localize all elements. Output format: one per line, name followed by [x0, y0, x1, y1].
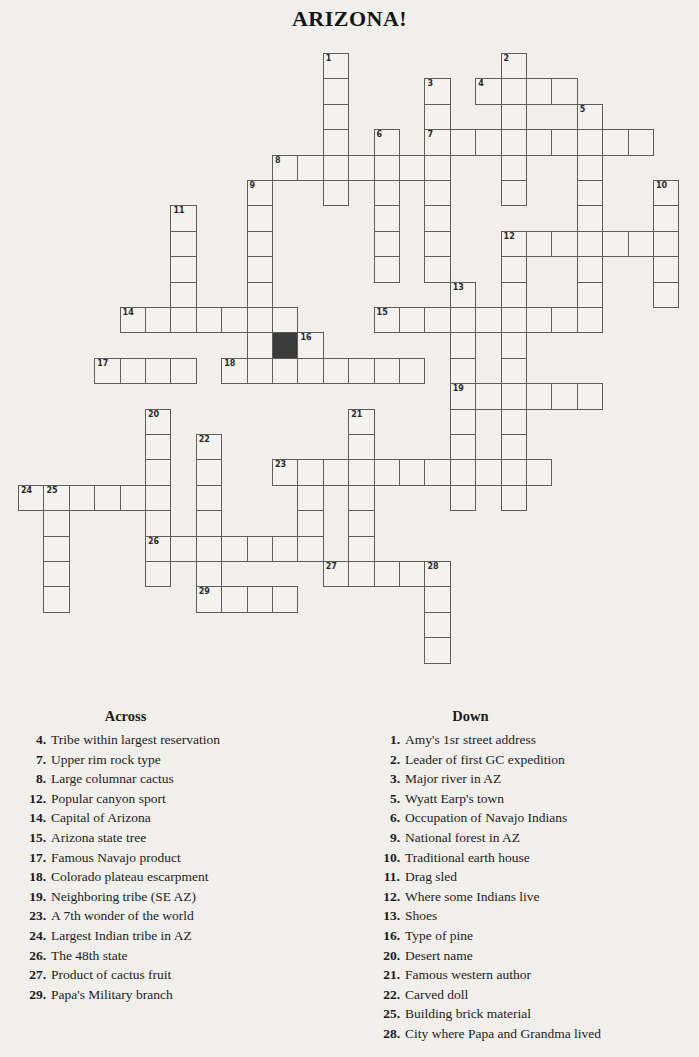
grid-cell[interactable]	[653, 205, 679, 231]
across-clue-item: 14.Capital of Arizona	[18, 808, 233, 828]
grid-cell[interactable]: 3	[424, 78, 450, 104]
down-clue-item: 20.Desert name	[368, 946, 601, 966]
clue-item-number: 1.	[368, 730, 400, 750]
clue-item-number: 16.	[368, 926, 400, 946]
grid-cell[interactable]	[247, 231, 273, 257]
grid-cell[interactable]	[577, 383, 603, 409]
clue-item-text: Colorado plateau escarpment	[51, 869, 208, 884]
clue-item-text: Famous western author	[405, 967, 531, 982]
clue-item-text: Desert name	[405, 948, 473, 963]
grid-cell[interactable]: 28	[424, 561, 450, 587]
down-clue-list: 1.Amy's 1sr street address2.Leader of fi…	[368, 730, 601, 1044]
across-clue-item: 7.Upper rim rock type	[18, 750, 233, 770]
clue-item-number: 4.	[18, 730, 46, 750]
clue-item-number: 15.	[18, 828, 46, 848]
grid-cell[interactable]	[374, 155, 400, 181]
grid-cell[interactable]	[399, 307, 425, 333]
grid-cell[interactable]	[424, 256, 450, 282]
grid-cell[interactable]	[577, 231, 603, 257]
grid-cell[interactable]: 12	[501, 231, 527, 257]
grid-cell[interactable]: 14	[120, 307, 146, 333]
grid-cell[interactable]	[348, 485, 374, 511]
clue-item-number: 9.	[368, 828, 400, 848]
grid-cell[interactable]	[196, 536, 222, 562]
crossword-grid: 1234567891011121314151617181920212223242…	[0, 0, 699, 700]
clue-item-text: Building brick material	[405, 1006, 531, 1021]
grid-cell[interactable]	[450, 485, 476, 511]
grid-cell[interactable]	[450, 332, 476, 358]
clue-number: 22	[199, 436, 210, 444]
grid-cell[interactable]: 1	[323, 53, 349, 79]
down-clue-item: 12.Where some Indians live	[368, 887, 601, 907]
grid-cell[interactable]	[170, 358, 196, 384]
grid-cell[interactable]	[43, 586, 69, 612]
grid-cell[interactable]	[348, 358, 374, 384]
grid-cell[interactable]: 20	[145, 409, 171, 435]
grid-cell[interactable]	[196, 510, 222, 536]
grid-cell[interactable]	[297, 485, 323, 511]
grid-cell[interactable]: 22	[196, 434, 222, 460]
clue-item-number: 12.	[368, 887, 400, 907]
grid-cell[interactable]	[526, 383, 552, 409]
grid-cell[interactable]	[145, 485, 171, 511]
grid-cell[interactable]	[374, 180, 400, 206]
grid-cell[interactable]	[120, 358, 146, 384]
clue-item-number: 6.	[368, 808, 400, 828]
clue-item-text: Major river in AZ	[405, 771, 501, 786]
grid-cell[interactable]	[424, 637, 450, 663]
grid-cell[interactable]: 25	[43, 485, 69, 511]
grid-cell[interactable]: 24	[18, 485, 44, 511]
grid-cell[interactable]	[374, 459, 400, 485]
clue-item-number: 5.	[368, 789, 400, 809]
grid-cell[interactable]	[577, 129, 603, 155]
clue-item-text: Type of pine	[405, 928, 473, 943]
across-clue-item: 18.Colorado plateau escarpment	[18, 867, 233, 887]
across-clue-item: 17.Famous Navajo product	[18, 848, 233, 868]
clue-number: 29	[199, 588, 210, 596]
across-clue-item: 15.Arizona state tree	[18, 828, 233, 848]
clue-item-text: Traditional earth house	[405, 850, 530, 865]
clue-number: 5	[580, 106, 586, 114]
down-clue-item: 11.Drag sled	[368, 867, 601, 887]
grid-cell[interactable]	[221, 586, 247, 612]
clue-item-text: Capital of Arizona	[51, 810, 151, 825]
across-clue-item: 8.Large columnar cactus	[18, 769, 233, 789]
grid-cell[interactable]	[247, 586, 273, 612]
grid-cell[interactable]	[577, 180, 603, 206]
grid-cell[interactable]	[399, 459, 425, 485]
grid-cell[interactable]: 15	[374, 307, 400, 333]
down-clue-item: 22.Carved doll	[368, 985, 601, 1005]
grid-cell[interactable]	[196, 485, 222, 511]
grid-cell[interactable]	[272, 586, 298, 612]
grid-cell[interactable]	[577, 205, 603, 231]
clue-item-text: Famous Navajo product	[51, 850, 181, 865]
grid-cell[interactable]: 27	[323, 561, 349, 587]
grid-cell[interactable]	[551, 78, 577, 104]
grid-cell[interactable]: 29	[196, 586, 222, 612]
grid-cell[interactable]	[501, 129, 527, 155]
across-clue-item: 4.Tribe within largest reservation	[18, 730, 233, 750]
across-clue-item: 26.The 48th state	[18, 946, 233, 966]
clue-item-text: Drag sled	[405, 869, 457, 884]
clue-item-text: Amy's 1sr street address	[405, 732, 536, 747]
clue-number: 2	[504, 55, 510, 63]
down-clues: Down 1.Amy's 1sr street address2.Leader …	[368, 708, 601, 1044]
down-clue-item: 2.Leader of first GC expedition	[368, 750, 601, 770]
grid-cell[interactable]	[628, 231, 654, 257]
grid-cell[interactable]: 7	[424, 129, 450, 155]
grid-cell[interactable]	[247, 358, 273, 384]
grid-cell[interactable]	[145, 307, 171, 333]
grid-cell[interactable]	[323, 129, 349, 155]
grid-cell[interactable]	[145, 459, 171, 485]
grid-cell[interactable]	[323, 180, 349, 206]
grid-cell[interactable]	[170, 231, 196, 257]
grid-cell[interactable]: 2	[501, 53, 527, 79]
grid-cell[interactable]	[424, 612, 450, 638]
grid-cell[interactable]	[247, 307, 273, 333]
grid-cell[interactable]	[323, 104, 349, 130]
grid-cell[interactable]	[196, 561, 222, 587]
grid-cell[interactable]	[323, 78, 349, 104]
grid-cell[interactable]	[475, 459, 501, 485]
grid-cell[interactable]	[247, 256, 273, 282]
clue-number: 10	[656, 182, 667, 190]
across-clues: Across 4.Tribe within largest reservatio…	[18, 708, 233, 1004]
grid-cell[interactable]: 19	[450, 383, 476, 409]
grid-cell[interactable]	[145, 434, 171, 460]
grid-cell[interactable]	[424, 307, 450, 333]
grid-cell[interactable]	[551, 231, 577, 257]
grid-cell[interactable]	[501, 434, 527, 460]
grid-cell[interactable]	[247, 205, 273, 231]
down-clue-item: 16.Type of pine	[368, 926, 601, 946]
clue-item-number: 18.	[18, 867, 46, 887]
grid-cell[interactable]	[43, 510, 69, 536]
grid-cell[interactable]: 21	[348, 409, 374, 435]
grid-cell[interactable]: 26	[145, 536, 171, 562]
grid-cell[interactable]	[501, 358, 527, 384]
grid-cell[interactable]	[450, 459, 476, 485]
clue-item-number: 13.	[368, 906, 400, 926]
clue-item-text: Carved doll	[405, 987, 468, 1002]
clue-item-text: Shoes	[405, 908, 437, 923]
grid-cell[interactable]	[272, 307, 298, 333]
clue-item-text: Tribe within largest reservation	[51, 732, 220, 747]
clue-item-number: 22.	[368, 985, 400, 1005]
clue-item-number: 7.	[18, 750, 46, 770]
grid-cell[interactable]	[424, 586, 450, 612]
down-header: Down	[368, 708, 573, 725]
clue-item-number: 21.	[368, 965, 400, 985]
grid-cell[interactable]	[43, 561, 69, 587]
grid-cell[interactable]: 9	[247, 180, 273, 206]
grid-cell[interactable]	[145, 358, 171, 384]
clue-number: 28	[427, 563, 438, 571]
clue-item-text: Largest Indian tribe in AZ	[51, 928, 192, 943]
black-cell	[272, 332, 298, 358]
grid-cell[interactable]	[450, 307, 476, 333]
clue-item-number: 8.	[18, 769, 46, 789]
clue-item-text: Leader of first GC expedition	[405, 752, 565, 767]
grid-cell[interactable]: 5	[577, 104, 603, 130]
grid-cell[interactable]	[424, 155, 450, 181]
grid-cell[interactable]	[577, 256, 603, 282]
clue-item-number: 29.	[18, 985, 46, 1005]
clue-item-text: Papa's Military branch	[51, 987, 173, 1002]
grid-cell[interactable]	[526, 307, 552, 333]
clue-item-number: 2.	[368, 750, 400, 770]
clue-number: 13	[453, 284, 464, 292]
grid-cell[interactable]	[374, 358, 400, 384]
clue-item-number: 12.	[18, 789, 46, 809]
down-clue-item: 28.City where Papa and Grandma lived	[368, 1024, 601, 1044]
clue-item-number: 19.	[18, 887, 46, 907]
grid-cell[interactable]	[323, 358, 349, 384]
grid-cell[interactable]	[399, 561, 425, 587]
grid-cell[interactable]	[450, 129, 476, 155]
clue-item-text: Arizona state tree	[51, 830, 146, 845]
down-clue-item: 13.Shoes	[368, 906, 601, 926]
clue-number: 14	[123, 309, 134, 317]
clue-item-text: Large columnar cactus	[51, 771, 174, 786]
grid-cell[interactable]	[501, 180, 527, 206]
clue-item-text: National forest in AZ	[405, 830, 520, 845]
grid-cell[interactable]	[501, 409, 527, 435]
grid-cell[interactable]	[577, 307, 603, 333]
grid-cell[interactable]	[323, 459, 349, 485]
clue-number: 18	[224, 360, 235, 368]
grid-cell[interactable]	[196, 459, 222, 485]
across-clue-item: 23.A 7th wonder of the world	[18, 906, 233, 926]
clue-item-text: Occupation of Navajo Indians	[405, 810, 567, 825]
grid-cell[interactable]	[247, 282, 273, 308]
grid-cell[interactable]	[424, 231, 450, 257]
grid-cell[interactable]	[501, 332, 527, 358]
grid-cell[interactable]	[424, 180, 450, 206]
grid-cell[interactable]	[424, 104, 450, 130]
grid-cell[interactable]	[221, 536, 247, 562]
across-clue-item: 19.Neighboring tribe (SE AZ)	[18, 887, 233, 907]
grid-cell[interactable]	[424, 459, 450, 485]
clue-item-text: Product of cactus fruit	[51, 967, 171, 982]
clue-number: 12	[504, 233, 515, 241]
clue-number: 17	[97, 360, 108, 368]
grid-cell[interactable]	[145, 510, 171, 536]
down-clue-item: 21.Famous western author	[368, 965, 601, 985]
grid-cell[interactable]	[475, 383, 501, 409]
clue-item-text: City where Papa and Grandma lived	[405, 1026, 601, 1041]
down-clue-item: 6.Occupation of Navajo Indians	[368, 808, 601, 828]
clue-number: 11	[173, 207, 184, 215]
grid-cell[interactable]	[374, 256, 400, 282]
clue-item-text: Neighboring tribe (SE AZ)	[51, 889, 196, 904]
clue-number: 8	[275, 157, 281, 165]
grid-cell[interactable]	[297, 358, 323, 384]
grid-cell[interactable]	[628, 129, 654, 155]
grid-cell[interactable]	[551, 129, 577, 155]
across-clue-item: 24.Largest Indian tribe in AZ	[18, 926, 233, 946]
clue-item-number: 14.	[18, 808, 46, 828]
clue-item-number: 10.	[368, 848, 400, 868]
down-clue-item: 10.Traditional earth house	[368, 848, 601, 868]
across-clue-item: 29.Papa's Military branch	[18, 985, 233, 1005]
grid-cell[interactable]	[170, 282, 196, 308]
grid-cell[interactable]	[501, 282, 527, 308]
grid-cell[interactable]	[501, 383, 527, 409]
clue-item-number: 27.	[18, 965, 46, 985]
grid-cell[interactable]: 13	[450, 282, 476, 308]
grid-cell[interactable]	[348, 561, 374, 587]
grid-cell[interactable]	[297, 536, 323, 562]
grid-cell[interactable]	[348, 155, 374, 181]
grid-cell[interactable]	[272, 536, 298, 562]
clue-item-number: 20.	[368, 946, 400, 966]
clue-number: 16	[300, 334, 311, 342]
down-clue-item: 25.Building brick material	[368, 1004, 601, 1024]
grid-cell[interactable]	[348, 434, 374, 460]
clue-number: 4	[478, 80, 484, 88]
grid-cell[interactable]	[297, 510, 323, 536]
grid-cell[interactable]	[501, 256, 527, 282]
grid-cell[interactable]	[43, 536, 69, 562]
clue-item-text: Where some Indians live	[405, 889, 540, 904]
clue-number: 23	[275, 461, 286, 469]
grid-cell[interactable]	[653, 231, 679, 257]
grid-cell[interactable]	[526, 459, 552, 485]
clue-item-number: 17.	[18, 848, 46, 868]
down-clue-item: 1.Amy's 1sr street address	[368, 730, 601, 750]
grid-cell[interactable]	[501, 307, 527, 333]
clue-number: 3	[427, 80, 433, 88]
clue-item-number: 11.	[368, 867, 400, 887]
grid-cell[interactable]	[323, 155, 349, 181]
clue-item-number: 26.	[18, 946, 46, 966]
grid-cell[interactable]	[170, 536, 196, 562]
grid-cell[interactable]	[247, 332, 273, 358]
grid-cell[interactable]: 10	[653, 180, 679, 206]
grid-cell[interactable]: 4	[475, 78, 501, 104]
grid-cell[interactable]	[170, 307, 196, 333]
grid-cell[interactable]	[297, 155, 323, 181]
grid-cell[interactable]: 23	[272, 459, 298, 485]
clue-item-text: Popular canyon sport	[51, 791, 166, 806]
grid-cell[interactable]: 11	[170, 205, 196, 231]
grid-cell[interactable]	[424, 205, 450, 231]
clue-item-number: 25.	[368, 1004, 400, 1024]
grid-cell[interactable]: 17	[94, 358, 120, 384]
grid-cell[interactable]	[450, 358, 476, 384]
clue-number: 26	[148, 538, 159, 546]
grid-cell[interactable]	[145, 561, 171, 587]
grid-cell[interactable]	[348, 510, 374, 536]
grid-cell[interactable]	[221, 307, 247, 333]
clue-item-number: 24.	[18, 926, 46, 946]
across-clue-item: 12.Popular canyon sport	[18, 789, 233, 809]
grid-cell[interactable]: 6	[374, 129, 400, 155]
grid-cell[interactable]: 16	[297, 332, 323, 358]
clue-item-number: 28.	[368, 1024, 400, 1044]
clue-number: 7	[427, 131, 433, 139]
grid-cell[interactable]	[526, 231, 552, 257]
grid-cell[interactable]	[374, 205, 400, 231]
grid-cell[interactable]	[577, 282, 603, 308]
grid-cell[interactable]	[501, 78, 527, 104]
across-clue-item: 27.Product of cactus fruit	[18, 965, 233, 985]
grid-cell[interactable]	[475, 129, 501, 155]
grid-cell[interactable]	[399, 155, 425, 181]
grid-cell[interactable]	[170, 256, 196, 282]
grid-cell[interactable]	[526, 129, 552, 155]
grid-cell[interactable]	[348, 536, 374, 562]
grid-cell[interactable]	[501, 155, 527, 181]
clue-number: 25	[46, 487, 57, 495]
grid-cell[interactable]: 8	[272, 155, 298, 181]
grid-cell[interactable]	[374, 231, 400, 257]
clue-number: 24	[21, 487, 32, 495]
grid-cell[interactable]	[475, 307, 501, 333]
clue-number: 21	[351, 411, 362, 419]
clue-item-text: The 48th state	[51, 948, 127, 963]
clue-number: 6	[377, 131, 383, 139]
grid-cell[interactable]	[94, 485, 120, 511]
grid-cell[interactable]	[501, 485, 527, 511]
clue-number: 15	[377, 309, 388, 317]
grid-cell[interactable]	[602, 129, 628, 155]
clue-number: 27	[326, 563, 337, 571]
grid-cell[interactable]	[247, 536, 273, 562]
grid-cell[interactable]	[450, 434, 476, 460]
clue-number: 1	[326, 55, 332, 63]
grid-cell[interactable]	[272, 358, 298, 384]
down-clue-item: 3.Major river in AZ	[368, 769, 601, 789]
clue-item-number: 23.	[18, 906, 46, 926]
clue-number: 19	[453, 385, 464, 393]
clue-item-number: 3.	[368, 769, 400, 789]
grid-cell[interactable]	[196, 307, 222, 333]
grid-cell[interactable]	[551, 307, 577, 333]
grid-cell[interactable]	[501, 459, 527, 485]
grid-cell[interactable]	[348, 459, 374, 485]
grid-cell[interactable]	[577, 155, 603, 181]
grid-cell[interactable]	[297, 459, 323, 485]
clue-item-text: A 7th wonder of the world	[51, 908, 194, 923]
grid-cell[interactable]	[450, 409, 476, 435]
grid-cell[interactable]	[653, 282, 679, 308]
across-header: Across	[18, 708, 233, 725]
grid-cell[interactable]	[653, 256, 679, 282]
clue-number: 9	[250, 182, 256, 190]
grid-cell[interactable]	[374, 561, 400, 587]
crossword-page: ARIZONA! 1234567891011121314151617181920…	[0, 0, 699, 1057]
across-clue-list: 4.Tribe within largest reservation7.Uppe…	[18, 730, 233, 1004]
clue-item-text: Wyatt Earp's town	[405, 791, 504, 806]
clue-item-text: Upper rim rock type	[51, 752, 161, 767]
grid-cell[interactable]	[399, 358, 425, 384]
clue-number: 20	[148, 411, 159, 419]
grid-cell[interactable]	[526, 78, 552, 104]
down-clue-item: 5.Wyatt Earp's town	[368, 789, 601, 809]
grid-cell[interactable]	[602, 231, 628, 257]
grid-cell[interactable]	[120, 485, 146, 511]
grid-cell[interactable]: 18	[221, 358, 247, 384]
grid-cell[interactable]	[69, 485, 95, 511]
grid-cell[interactable]	[501, 104, 527, 130]
grid-cell[interactable]	[551, 383, 577, 409]
down-clue-item: 9.National forest in AZ	[368, 828, 601, 848]
